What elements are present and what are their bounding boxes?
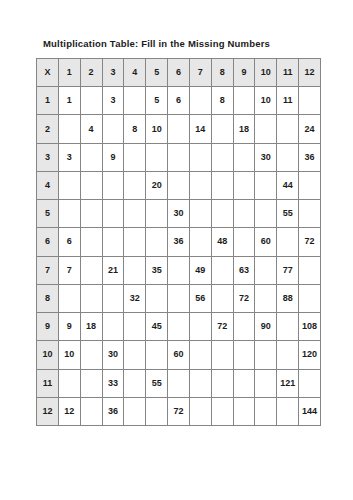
cell-6x11-empty[interactable] (277, 228, 298, 255)
cell-3x1: 3 (59, 144, 80, 171)
cell-12x2-empty[interactable] (81, 398, 102, 425)
cell-12x10-empty[interactable] (255, 398, 276, 425)
cell-11x7-empty[interactable] (190, 370, 211, 397)
cell-5x5-empty[interactable] (146, 200, 167, 227)
cell-4x9-empty[interactable] (234, 172, 255, 199)
cell-4x7-empty[interactable] (190, 172, 211, 199)
cell-3x7-empty[interactable] (190, 144, 211, 171)
cell-10x12: 120 (299, 341, 320, 368)
cell-1x1: 1 (59, 87, 80, 114)
cell-2x3-empty[interactable] (103, 115, 124, 142)
cell-3x6-empty[interactable] (168, 144, 189, 171)
col-header-12: 12 (299, 59, 320, 86)
cell-9x6-empty[interactable] (168, 313, 189, 340)
row-header-6: 6 (37, 228, 58, 255)
cell-2x2: 4 (81, 115, 102, 142)
cell-2x7: 14 (190, 115, 211, 142)
row-header-8: 8 (37, 285, 58, 312)
cell-9x11-empty[interactable] (277, 313, 298, 340)
cell-11x1-empty[interactable] (59, 370, 80, 397)
cell-11x5: 55 (146, 370, 167, 397)
cell-10x2-empty[interactable] (81, 341, 102, 368)
cell-8x10-empty[interactable] (255, 285, 276, 312)
col-header-4: 4 (124, 59, 145, 86)
cell-10x10-empty[interactable] (255, 341, 276, 368)
cell-10x8-empty[interactable] (212, 341, 233, 368)
cell-10x3: 30 (103, 341, 124, 368)
cell-12x8-empty[interactable] (212, 398, 233, 425)
cell-6x9-empty[interactable] (234, 228, 255, 255)
cell-2x8-empty[interactable] (212, 115, 233, 142)
cell-8x7: 56 (190, 285, 211, 312)
cell-8x5-empty[interactable] (146, 285, 167, 312)
cell-1x11: 11 (277, 87, 298, 114)
row-header-9: 9 (37, 313, 58, 340)
col-header-6: 6 (168, 59, 189, 86)
cell-7x5: 35 (146, 257, 167, 284)
cell-1x4-empty[interactable] (124, 87, 145, 114)
cell-10x4-empty[interactable] (124, 341, 145, 368)
row-header-10: 10 (37, 341, 58, 368)
cell-7x12-empty[interactable] (299, 257, 320, 284)
cell-2x5: 10 (146, 115, 167, 142)
cell-10x1: 10 (59, 341, 80, 368)
cell-2x11-empty[interactable] (277, 115, 298, 142)
cell-4x11: 44 (277, 172, 298, 199)
cell-2x1-empty[interactable] (59, 115, 80, 142)
cell-7x4-empty[interactable] (124, 257, 145, 284)
cell-6x10: 60 (255, 228, 276, 255)
cell-7x8-empty[interactable] (212, 257, 233, 284)
cell-6x7-empty[interactable] (190, 228, 211, 255)
cell-6x4-empty[interactable] (124, 228, 145, 255)
col-header-10: 10 (255, 59, 276, 86)
row-header-3: 3 (37, 144, 58, 171)
cell-10x11-empty[interactable] (277, 341, 298, 368)
cell-11x3: 33 (103, 370, 124, 397)
row-header-7: 7 (37, 257, 58, 284)
col-header-8: 8 (212, 59, 233, 86)
cell-12x7-empty[interactable] (190, 398, 211, 425)
cell-8x6-empty[interactable] (168, 285, 189, 312)
cell-9x3-empty[interactable] (103, 313, 124, 340)
cell-3x8-empty[interactable] (212, 144, 233, 171)
cell-4x6-empty[interactable] (168, 172, 189, 199)
cell-4x2-empty[interactable] (81, 172, 102, 199)
cell-8x1-empty[interactable] (59, 285, 80, 312)
cell-1x2-empty[interactable] (81, 87, 102, 114)
cell-10x7-empty[interactable] (190, 341, 211, 368)
cell-11x8-empty[interactable] (212, 370, 233, 397)
cell-6x5-empty[interactable] (146, 228, 167, 255)
col-header-3: 3 (103, 59, 124, 86)
cell-8x8-empty[interactable] (212, 285, 233, 312)
cell-10x9-empty[interactable] (234, 341, 255, 368)
worksheet-page: Multiplication Table: Fill in the Missin… (0, 0, 353, 500)
cell-2x6-empty[interactable] (168, 115, 189, 142)
col-header-7: 7 (190, 59, 211, 86)
cell-6x6: 36 (168, 228, 189, 255)
cell-11x6-empty[interactable] (168, 370, 189, 397)
cell-11x11: 121 (277, 370, 298, 397)
cell-5x8-empty[interactable] (212, 200, 233, 227)
cell-7x9: 63 (234, 257, 255, 284)
cell-4x8-empty[interactable] (212, 172, 233, 199)
cell-3x3: 9 (103, 144, 124, 171)
cell-6x3-empty[interactable] (103, 228, 124, 255)
cell-5x1-empty[interactable] (59, 200, 80, 227)
multiplication-grid: X123456789101112113568101124810141824339… (36, 58, 321, 426)
cell-9x1: 9 (59, 313, 80, 340)
cell-2x4: 8 (124, 115, 145, 142)
cell-5x6: 30 (168, 200, 189, 227)
row-header-2: 2 (37, 115, 58, 142)
cell-4x1-empty[interactable] (59, 172, 80, 199)
cell-8x12-empty[interactable] (299, 285, 320, 312)
corner-header-x: X (37, 59, 58, 86)
cell-5x11: 55 (277, 200, 298, 227)
cell-10x6: 60 (168, 341, 189, 368)
cell-11x10-empty[interactable] (255, 370, 276, 397)
cell-11x4-empty[interactable] (124, 370, 145, 397)
cell-4x12-empty[interactable] (299, 172, 320, 199)
cell-7x6-empty[interactable] (168, 257, 189, 284)
col-header-5: 5 (146, 59, 167, 86)
cell-12x6: 72 (168, 398, 189, 425)
col-header-11: 11 (277, 59, 298, 86)
cell-11x2-empty[interactable] (81, 370, 102, 397)
cell-9x7-empty[interactable] (190, 313, 211, 340)
cell-1x6: 6 (168, 87, 189, 114)
cell-6x2-empty[interactable] (81, 228, 102, 255)
cell-7x7: 49 (190, 257, 211, 284)
row-header-5: 5 (37, 200, 58, 227)
col-header-9: 9 (234, 59, 255, 86)
cell-8x9: 72 (234, 285, 255, 312)
cell-4x4-empty[interactable] (124, 172, 145, 199)
cell-1x9-empty[interactable] (234, 87, 255, 114)
cell-5x2-empty[interactable] (81, 200, 102, 227)
cell-12x9-empty[interactable] (234, 398, 255, 425)
cell-4x10-empty[interactable] (255, 172, 276, 199)
cell-1x7-empty[interactable] (190, 87, 211, 114)
cell-1x3: 3 (103, 87, 124, 114)
cell-9x2: 18 (81, 313, 102, 340)
cell-3x2-empty[interactable] (81, 144, 102, 171)
cell-6x12: 72 (299, 228, 320, 255)
cell-1x5: 5 (146, 87, 167, 114)
row-header-11: 11 (37, 370, 58, 397)
cell-12x5-empty[interactable] (146, 398, 167, 425)
cell-5x4-empty[interactable] (124, 200, 145, 227)
cell-5x7-empty[interactable] (190, 200, 211, 227)
cell-11x9-empty[interactable] (234, 370, 255, 397)
cell-5x10-empty[interactable] (255, 200, 276, 227)
cell-2x9: 18 (234, 115, 255, 142)
page-title: Multiplication Table: Fill in the Missin… (43, 38, 270, 49)
cell-7x10-empty[interactable] (255, 257, 276, 284)
cell-5x12-empty[interactable] (299, 200, 320, 227)
col-header-1: 1 (59, 59, 80, 86)
cell-12x11-empty[interactable] (277, 398, 298, 425)
cell-7x1: 7 (59, 257, 80, 284)
cell-1x10: 10 (255, 87, 276, 114)
cell-12x4-empty[interactable] (124, 398, 145, 425)
cell-9x4-empty[interactable] (124, 313, 145, 340)
cell-12x1: 12 (59, 398, 80, 425)
cell-11x12-empty[interactable] (299, 370, 320, 397)
row-header-12: 12 (37, 398, 58, 425)
cell-2x10-empty[interactable] (255, 115, 276, 142)
cell-3x11-empty[interactable] (277, 144, 298, 171)
cell-7x2-empty[interactable] (81, 257, 102, 284)
cell-3x12: 36 (299, 144, 320, 171)
cell-1x12-empty[interactable] (299, 87, 320, 114)
cell-6x1: 6 (59, 228, 80, 255)
cell-8x2-empty[interactable] (81, 285, 102, 312)
cell-3x9-empty[interactable] (234, 144, 255, 171)
cell-4x5: 20 (146, 172, 167, 199)
cell-8x4: 32 (124, 285, 145, 312)
row-header-1: 1 (37, 87, 58, 114)
cell-9x8: 72 (212, 313, 233, 340)
cell-12x12: 144 (299, 398, 320, 425)
cell-8x3-empty[interactable] (103, 285, 124, 312)
cell-6x8: 48 (212, 228, 233, 255)
cell-5x3-empty[interactable] (103, 200, 124, 227)
cell-3x4-empty[interactable] (124, 144, 145, 171)
cell-2x12: 24 (299, 115, 320, 142)
cell-7x11: 77 (277, 257, 298, 284)
cell-1x8: 8 (212, 87, 233, 114)
cell-9x10: 90 (255, 313, 276, 340)
cell-3x10: 30 (255, 144, 276, 171)
cell-3x5-empty[interactable] (146, 144, 167, 171)
cell-12x3: 36 (103, 398, 124, 425)
cell-9x12: 108 (299, 313, 320, 340)
col-header-2: 2 (81, 59, 102, 86)
cell-4x3-empty[interactable] (103, 172, 124, 199)
cell-9x5: 45 (146, 313, 167, 340)
cell-10x5-empty[interactable] (146, 341, 167, 368)
row-header-4: 4 (37, 172, 58, 199)
cell-7x3: 21 (103, 257, 124, 284)
cell-9x9-empty[interactable] (234, 313, 255, 340)
cell-8x11: 88 (277, 285, 298, 312)
cell-5x9-empty[interactable] (234, 200, 255, 227)
